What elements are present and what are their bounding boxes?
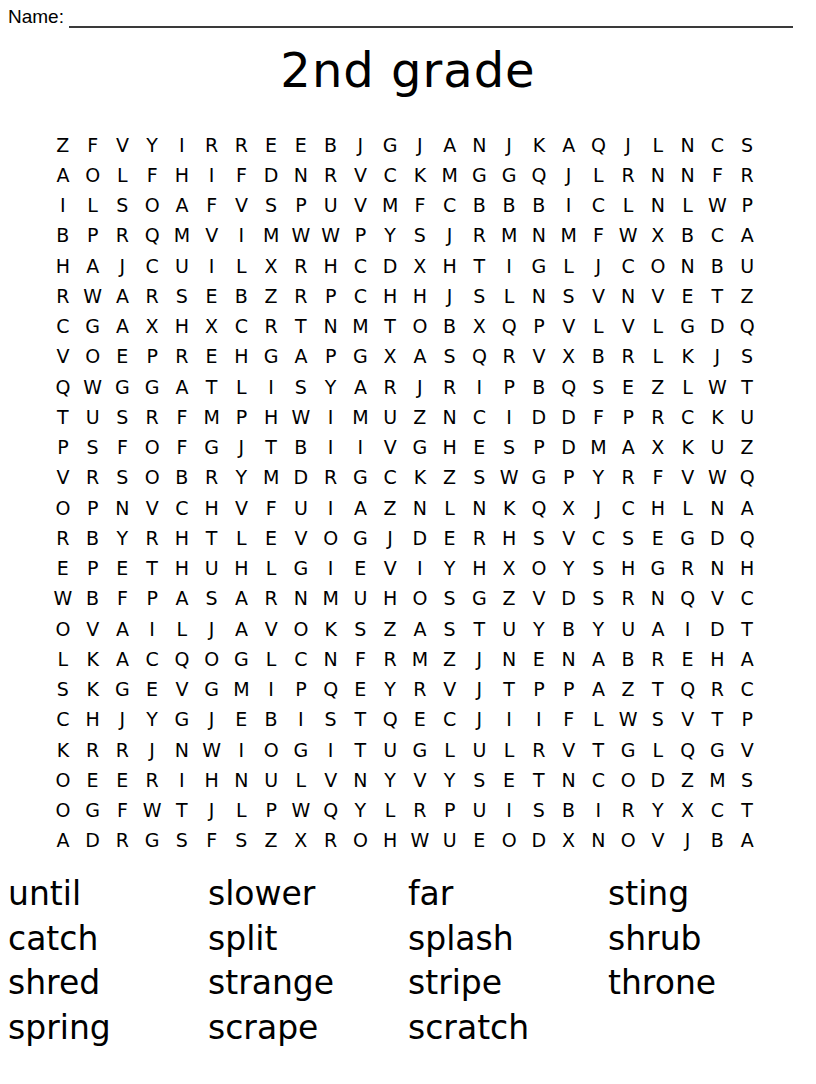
grid-cell: Z — [435, 463, 465, 493]
grid-cell: V — [48, 463, 78, 493]
grid-cell: C — [673, 402, 703, 432]
grid-cell: H — [465, 554, 495, 584]
grid-cell: K — [78, 675, 108, 705]
grid-cell: U — [375, 735, 405, 765]
grid-cell: T — [643, 675, 673, 705]
grid-cell: R — [137, 281, 167, 311]
grid-cell: X — [673, 796, 703, 826]
grid-cell: N — [554, 765, 584, 795]
grid-cell: Y — [375, 221, 405, 251]
grid-cell: S — [108, 191, 138, 221]
grid-cell: T — [703, 281, 733, 311]
grid-cell: R — [137, 765, 167, 795]
grid-cell: T — [197, 523, 227, 553]
grid-cell: V — [78, 614, 108, 644]
grid-cell: M — [554, 221, 584, 251]
word-item: shrub — [608, 917, 808, 962]
grid-cell: N — [524, 221, 554, 251]
grid-cell: K — [78, 644, 108, 674]
grid-cell: V — [584, 281, 614, 311]
grid-cell: R — [108, 826, 138, 856]
grid-cell: V — [732, 735, 762, 765]
word-search-worksheet: { "game": "word-search", "header": { "na… — [0, 0, 816, 1084]
grid-cell: C — [584, 191, 614, 221]
grid-cell: F — [167, 402, 197, 432]
grid-cell: V — [286, 523, 316, 553]
grid-cell: R — [613, 584, 643, 614]
grid-cell: J — [375, 523, 405, 553]
grid-cell: S — [554, 281, 584, 311]
grid-cell: C — [435, 191, 465, 221]
grid-cell: Z — [405, 402, 435, 432]
grid-cell: C — [227, 312, 257, 342]
grid-cell: C — [48, 312, 78, 342]
grid-cell: G — [703, 735, 733, 765]
grid-cell: T — [584, 735, 614, 765]
grid-cell: V — [703, 584, 733, 614]
grid-cell: D — [703, 312, 733, 342]
grid-cell: K — [48, 735, 78, 765]
grid-cell: K — [316, 614, 346, 644]
grid-cell: T — [494, 675, 524, 705]
grid-cell: G — [346, 523, 376, 553]
grid-cell: S — [465, 281, 495, 311]
grid-cell: M — [256, 221, 286, 251]
grid-cell: E — [197, 342, 227, 372]
grid-cell: H — [167, 554, 197, 584]
grid-cell: M — [316, 584, 346, 614]
grid-cell: T — [703, 705, 733, 735]
grid-cell: T — [375, 312, 405, 342]
grid-cell: G — [286, 735, 316, 765]
grid-cell: P — [137, 342, 167, 372]
grid-cell: R — [703, 675, 733, 705]
grid-cell: S — [584, 554, 614, 584]
grid-cell: H — [197, 493, 227, 523]
grid-cell: W — [197, 735, 227, 765]
grid-cell: V — [524, 584, 554, 614]
grid-cell: S — [256, 191, 286, 221]
grid-cell: T — [286, 312, 316, 342]
grid-cell: B — [286, 433, 316, 463]
grid-cell: S — [108, 463, 138, 493]
grid-cell: F — [197, 191, 227, 221]
grid-cell: S — [316, 705, 346, 735]
grid-cell: N — [643, 191, 673, 221]
grid-cell: O — [613, 765, 643, 795]
grid-cell: S — [732, 342, 762, 372]
grid-cell: J — [197, 705, 227, 735]
grid-cell: M — [375, 191, 405, 221]
grid-cell: T — [346, 705, 376, 735]
grid-cell: Q — [137, 221, 167, 251]
grid-cell: N — [286, 160, 316, 190]
grid-cell: E — [108, 765, 138, 795]
grid-cell: H — [405, 281, 435, 311]
grid-cell: C — [435, 705, 465, 735]
grid-cell: H — [613, 554, 643, 584]
grid-cell: R — [286, 281, 316, 311]
grid-cell: G — [673, 312, 703, 342]
grid-cell: G — [78, 312, 108, 342]
grid-cell: R — [227, 130, 257, 160]
grid-cell: I — [286, 705, 316, 735]
grid-cell: F — [584, 402, 614, 432]
grid-cell: O — [48, 796, 78, 826]
grid-cell: A — [613, 433, 643, 463]
grid-cell: S — [524, 523, 554, 553]
grid-cell: F — [256, 493, 286, 523]
grid-cell: C — [732, 584, 762, 614]
grid-cell: B — [78, 584, 108, 614]
grid-cell: J — [227, 433, 257, 463]
grid-cell: Z — [613, 675, 643, 705]
grid-cell: W — [405, 826, 435, 856]
grid-cell: V — [673, 463, 703, 493]
grid-cell: S — [346, 614, 376, 644]
grid-cell: K — [494, 493, 524, 523]
grid-cell: Y — [584, 463, 614, 493]
grid-cell: M — [405, 644, 435, 674]
grid-cell: L — [643, 312, 673, 342]
grid-cell: J — [673, 826, 703, 856]
grid-cell: G — [137, 372, 167, 402]
grid-cell: T — [346, 735, 376, 765]
grid-cell: L — [227, 372, 257, 402]
grid-cell: L — [584, 312, 614, 342]
grid-cell: D — [703, 523, 733, 553]
word-item: slower — [208, 872, 408, 917]
grid-cell: Q — [48, 372, 78, 402]
grid-cell: U — [465, 735, 495, 765]
grid-cell: Y — [643, 796, 673, 826]
grid-cell: R — [494, 342, 524, 372]
grid-cell: W — [703, 463, 733, 493]
grid-cell: U — [732, 402, 762, 432]
name-label: Name: — [8, 6, 64, 27]
grid-cell: O — [494, 826, 524, 856]
grid-cell: V — [108, 130, 138, 160]
grid-cell: A — [48, 160, 78, 190]
grid-cell: L — [494, 735, 524, 765]
grid-cell: S — [227, 826, 257, 856]
grid-cell: H — [732, 554, 762, 584]
grid-cell: P — [732, 191, 762, 221]
grid-cell: O — [137, 463, 167, 493]
grid-cell: C — [375, 160, 405, 190]
grid-cell: D — [256, 160, 286, 190]
grid-cell: J — [703, 342, 733, 372]
word-item: until — [8, 872, 208, 917]
grid-cell: S — [584, 372, 614, 402]
grid-cell: D — [524, 826, 554, 856]
grid-cell: Z — [732, 433, 762, 463]
grid-cell: Q — [554, 372, 584, 402]
grid-cell: N — [673, 251, 703, 281]
grid-cell: G — [613, 735, 643, 765]
grid-cell: L — [435, 493, 465, 523]
grid-cell: L — [227, 523, 257, 553]
grid-cell: C — [346, 251, 376, 281]
grid-cell: R — [613, 463, 643, 493]
grid-cell: G — [524, 251, 554, 281]
grid-cell: V — [435, 675, 465, 705]
grid-cell: X — [286, 826, 316, 856]
grid-cell: D — [643, 765, 673, 795]
grid-cell: R — [256, 584, 286, 614]
grid-cell: O — [286, 614, 316, 644]
grid-cell: Y — [108, 523, 138, 553]
grid-cell: A — [732, 826, 762, 856]
grid-cell: G — [346, 342, 376, 372]
word-list: untilcatchshredspringslowersplitstranges… — [8, 872, 812, 1050]
grid-cell: J — [465, 675, 495, 705]
grid-cell: P — [524, 433, 554, 463]
grid-cell: O — [137, 191, 167, 221]
grid-cell: E — [435, 523, 465, 553]
grid-cell: X — [554, 342, 584, 372]
grid-cell: K — [405, 160, 435, 190]
grid-cell: P — [435, 796, 465, 826]
grid-cell: F — [227, 160, 257, 190]
grid-cell: E — [78, 765, 108, 795]
grid-cell: E — [48, 554, 78, 584]
grid-cell: N — [227, 765, 257, 795]
grid-cell: B — [227, 281, 257, 311]
grid-cell: M — [167, 221, 197, 251]
grid-cell: U — [286, 493, 316, 523]
grid-cell: R — [78, 735, 108, 765]
grid-cell: U — [197, 554, 227, 584]
grid-cell: A — [346, 493, 376, 523]
grid-cell: V — [346, 160, 376, 190]
grid-cell: F — [584, 221, 614, 251]
grid-cell: J — [435, 281, 465, 311]
grid-cell: X — [137, 312, 167, 342]
grid-cell: V — [524, 342, 554, 372]
grid-cell: L — [48, 644, 78, 674]
grid-cell: R — [435, 372, 465, 402]
grid-cell: T — [524, 765, 554, 795]
grid-cell: I — [346, 433, 376, 463]
grid-cell: C — [703, 130, 733, 160]
grid-cell: H — [375, 826, 405, 856]
grid-cell: E — [256, 523, 286, 553]
grid-cell: R — [673, 554, 703, 584]
grid-cell: T — [167, 796, 197, 826]
grid-cell: L — [643, 735, 673, 765]
grid-cell: Y — [375, 675, 405, 705]
grid-cell: C — [732, 675, 762, 705]
grid-cell: P — [286, 191, 316, 221]
grid-cell: R — [137, 523, 167, 553]
grid-cell: P — [78, 221, 108, 251]
grid-cell: U — [732, 251, 762, 281]
grid-cell: A — [732, 493, 762, 523]
grid-cell: I — [673, 614, 703, 644]
grid-cell: T — [465, 251, 495, 281]
grid-cell: Z — [256, 826, 286, 856]
grid-cell: V — [256, 614, 286, 644]
grid-cell: E — [405, 705, 435, 735]
grid-cell: L — [494, 281, 524, 311]
grid-cell: E — [673, 644, 703, 674]
grid-cell: H — [703, 644, 733, 674]
grid-cell: G — [494, 160, 524, 190]
grid-cell: P — [227, 402, 257, 432]
grid-cell: J — [405, 372, 435, 402]
grid-cell: Q — [584, 130, 614, 160]
grid-cell: K — [673, 342, 703, 372]
grid-cell: F — [346, 644, 376, 674]
grid-cell: R — [256, 312, 286, 342]
grid-cell: V — [643, 281, 673, 311]
grid-cell: I — [316, 554, 346, 584]
grid-cell: S — [435, 342, 465, 372]
grid-cell: R — [48, 281, 78, 311]
grid-cell: N — [405, 493, 435, 523]
grid-cell: I — [197, 160, 227, 190]
grid-cell: T — [465, 614, 495, 644]
grid-cell: E — [346, 554, 376, 584]
grid-cell: H — [167, 312, 197, 342]
grid-cell: Y — [346, 796, 376, 826]
grid-cell: U — [256, 765, 286, 795]
grid-cell: X — [643, 221, 673, 251]
grid-cell: R — [613, 342, 643, 372]
grid-cell: N — [554, 644, 584, 674]
page-title: 2nd grade — [0, 42, 816, 98]
grid-cell: P — [256, 796, 286, 826]
grid-cell: C — [465, 402, 495, 432]
grid-cell: G — [137, 826, 167, 856]
grid-cell: I — [316, 402, 346, 432]
grid-cell: Q — [732, 523, 762, 553]
grid-cell: R — [732, 160, 762, 190]
word-item: splash — [408, 917, 608, 962]
grid-cell: G — [197, 433, 227, 463]
grid-cell: C — [137, 251, 167, 281]
grid-cell: X — [643, 433, 673, 463]
grid-cell: C — [584, 523, 614, 553]
grid-cell: G — [643, 554, 673, 584]
grid-cell: O — [78, 160, 108, 190]
grid-cell: Q — [167, 644, 197, 674]
grid-cell: N — [108, 493, 138, 523]
grid-cell: M — [346, 312, 376, 342]
grid-cell: A — [435, 130, 465, 160]
word-item: scrape — [208, 1006, 408, 1051]
grid-cell: U — [703, 433, 733, 463]
grid-cell: J — [435, 221, 465, 251]
grid-cell: Y — [524, 614, 554, 644]
grid-cell: S — [167, 826, 197, 856]
grid-cell: V — [613, 312, 643, 342]
grid-cell: G — [405, 433, 435, 463]
word-item: spring — [8, 1006, 208, 1051]
grid-cell: A — [48, 826, 78, 856]
grid-cell: F — [405, 191, 435, 221]
word-item: shred — [8, 961, 208, 1006]
grid-cell: A — [108, 614, 138, 644]
grid-cell: F — [643, 463, 673, 493]
grid-cell: A — [346, 372, 376, 402]
grid-cell: W — [494, 463, 524, 493]
grid-cell: J — [465, 644, 495, 674]
grid-cell: R — [643, 402, 673, 432]
grid-cell: B — [465, 191, 495, 221]
grid-cell: Q — [732, 463, 762, 493]
grid-cell: T — [48, 402, 78, 432]
grid-cell: M — [346, 402, 376, 432]
grid-cell: C — [613, 251, 643, 281]
grid-cell: L — [673, 191, 703, 221]
grid-cell: C — [48, 705, 78, 735]
grid-cell: H — [48, 251, 78, 281]
grid-cell: B — [673, 221, 703, 251]
grid-cell: L — [584, 160, 614, 190]
grid-cell: E — [465, 826, 495, 856]
grid-cell: P — [554, 675, 584, 705]
grid-cell: S — [584, 584, 614, 614]
grid-cell: U — [435, 826, 465, 856]
grid-cell: Z — [48, 130, 78, 160]
grid-cell: O — [48, 614, 78, 644]
grid-cell: B — [584, 342, 614, 372]
grid-cell: Y — [435, 554, 465, 584]
grid-cell: D — [554, 584, 584, 614]
grid-cell: B — [316, 130, 346, 160]
grid-cell: B — [703, 826, 733, 856]
grid-cell: I — [494, 705, 524, 735]
grid-cell: J — [613, 130, 643, 160]
grid-cell: I — [256, 372, 286, 402]
grid-cell: X — [494, 554, 524, 584]
grid-cell: F — [108, 584, 138, 614]
grid-cell: A — [108, 644, 138, 674]
grid-cell: H — [167, 160, 197, 190]
grid-cell: S — [167, 281, 197, 311]
grid-cell: K — [524, 130, 554, 160]
grid-cell: H — [167, 523, 197, 553]
grid-cell: O — [613, 826, 643, 856]
grid-cell: Q — [494, 312, 524, 342]
grid-cell: Z — [375, 493, 405, 523]
grid-cell: W — [286, 796, 316, 826]
grid-cell: S — [108, 402, 138, 432]
grid-cell: I — [137, 614, 167, 644]
grid-cell: Z — [643, 372, 673, 402]
grid-cell: D — [554, 433, 584, 463]
grid-cell: V — [375, 433, 405, 463]
grid-cell: B — [524, 191, 554, 221]
grid-cell: X — [375, 342, 405, 372]
grid-cell: O — [48, 493, 78, 523]
grid-cell: G — [167, 705, 197, 735]
grid-cell: P — [494, 372, 524, 402]
grid-cell: E — [256, 130, 286, 160]
grid-cell: M — [494, 221, 524, 251]
grid-cell: G — [346, 463, 376, 493]
grid-cell: V — [197, 221, 227, 251]
grid-cell: X — [554, 493, 584, 523]
grid-cell: S — [613, 523, 643, 553]
grid-cell: Y — [554, 554, 584, 584]
grid-cell: T — [256, 433, 286, 463]
grid-cell: E — [137, 675, 167, 705]
grid-cell: S — [197, 584, 227, 614]
grid-cell: R — [316, 826, 346, 856]
